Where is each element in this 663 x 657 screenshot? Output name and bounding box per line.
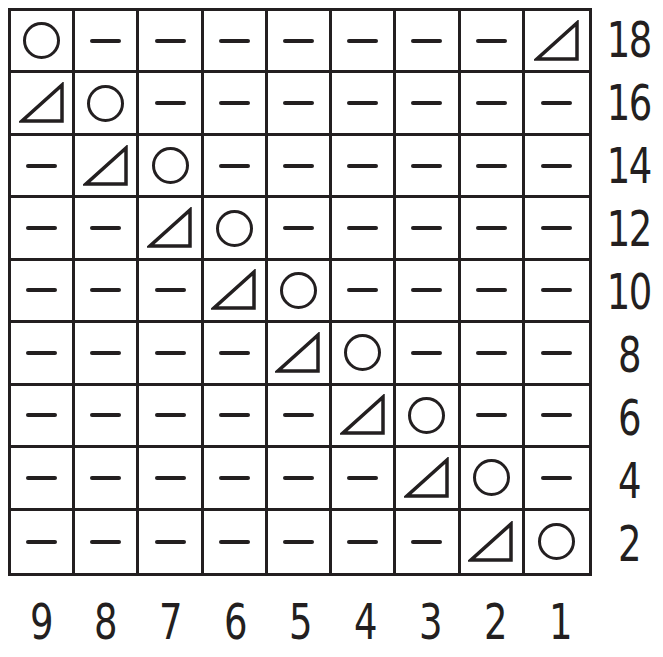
chart-cell-r7-c4 xyxy=(268,448,332,510)
dash-symbol xyxy=(411,288,442,292)
circle-symbol xyxy=(408,397,445,434)
row-label-14: 14 xyxy=(596,134,662,197)
chart-cell-r7-c0 xyxy=(11,448,75,510)
chart-cell-r5-c3 xyxy=(204,323,268,385)
dash-symbol xyxy=(347,476,378,480)
triangle-symbol xyxy=(404,457,450,499)
dash-symbol xyxy=(541,101,572,105)
circle-symbol xyxy=(538,523,575,560)
chart-cell-r7-c6 xyxy=(396,448,460,510)
col-label-text: 2 xyxy=(484,597,506,647)
chart-cell-r0-c2 xyxy=(139,11,203,73)
chart-cell-r5-c2 xyxy=(139,323,203,385)
dash-symbol xyxy=(219,164,250,168)
chart-cell-r5-c6 xyxy=(396,323,460,385)
chart-cell-r1-c3 xyxy=(204,73,268,135)
chart-cell-r2-c2 xyxy=(139,136,203,198)
row-label-8: 8 xyxy=(596,324,662,387)
col-label-text: 4 xyxy=(354,597,376,647)
dash-symbol xyxy=(541,351,572,355)
chart-cell-r5-c8 xyxy=(525,323,589,385)
row-label-12: 12 xyxy=(596,197,662,260)
dash-symbol xyxy=(90,476,121,480)
chart-cell-r0-c6 xyxy=(396,11,460,73)
row-label-text: 12 xyxy=(607,204,651,254)
dash-symbol xyxy=(347,226,378,230)
chart-cell-r2-c7 xyxy=(461,136,525,198)
chart-cell-r8-c6 xyxy=(396,511,460,573)
col-label-7: 7 xyxy=(138,592,203,652)
chart-cell-r6-c2 xyxy=(139,386,203,448)
dash-symbol xyxy=(411,164,442,168)
chart-cell-r1-c5 xyxy=(332,73,396,135)
chart-cell-r7-c8 xyxy=(525,448,589,510)
circle-symbol xyxy=(344,334,381,371)
chart-cell-r8-c0 xyxy=(11,511,75,573)
triangle-symbol xyxy=(83,145,129,187)
row-label-10: 10 xyxy=(596,260,662,323)
chart-cell-r7-c7 xyxy=(461,448,525,510)
dash-symbol xyxy=(26,288,57,292)
triangle-symbol xyxy=(534,20,580,62)
col-label-6: 6 xyxy=(203,592,268,652)
chart-cell-r2-c4 xyxy=(268,136,332,198)
dash-symbol xyxy=(411,351,442,355)
chart-cell-r0-c5 xyxy=(332,11,396,73)
dash-symbol xyxy=(283,164,314,168)
dash-symbol xyxy=(26,540,57,544)
circle-symbol xyxy=(280,272,317,309)
dash-symbol xyxy=(155,540,186,544)
chart-cell-r8-c3 xyxy=(204,511,268,573)
dash-symbol xyxy=(155,288,186,292)
chart-cell-r2-c5 xyxy=(332,136,396,198)
chart-cell-r8-c7 xyxy=(461,511,525,573)
triangle-symbol xyxy=(147,207,193,249)
dash-symbol xyxy=(219,101,250,105)
chart-cell-r2-c0 xyxy=(11,136,75,198)
col-label-text: 8 xyxy=(94,597,116,647)
row-label-6: 6 xyxy=(596,387,662,450)
dash-symbol xyxy=(347,164,378,168)
chart-cell-r6-c1 xyxy=(75,386,139,448)
dash-symbol xyxy=(283,476,314,480)
chart-cell-r3-c2 xyxy=(139,198,203,260)
chart-cell-r1-c7 xyxy=(461,73,525,135)
row-number-labels: 18 16 14 12 10 8 6 4 2 xyxy=(596,8,662,576)
chart-cell-r5-c5 xyxy=(332,323,396,385)
chart-board xyxy=(8,8,592,576)
chart-cell-r8-c5 xyxy=(332,511,396,573)
triangle-symbol xyxy=(19,82,65,124)
col-label-1: 1 xyxy=(527,592,592,652)
circle-symbol xyxy=(152,147,189,184)
dash-symbol xyxy=(283,413,314,417)
col-label-8: 8 xyxy=(73,592,138,652)
row-label-16: 16 xyxy=(596,71,662,134)
dash-symbol xyxy=(476,39,507,43)
row-label-text: 4 xyxy=(618,456,640,506)
chart-cell-r1-c0 xyxy=(11,73,75,135)
dash-symbol xyxy=(155,476,186,480)
dash-symbol xyxy=(155,39,186,43)
chart-cell-r3-c0 xyxy=(11,198,75,260)
chart-cell-r2-c6 xyxy=(396,136,460,198)
dash-symbol xyxy=(476,226,507,230)
dash-symbol xyxy=(219,476,250,480)
dash-symbol xyxy=(347,540,378,544)
triangle-symbol xyxy=(275,332,321,374)
dash-symbol xyxy=(90,413,121,417)
chart-cell-r8-c2 xyxy=(139,511,203,573)
col-label-text: 9 xyxy=(29,597,51,647)
chart-cell-r1-c4 xyxy=(268,73,332,135)
dash-symbol xyxy=(26,164,57,168)
dash-symbol xyxy=(283,540,314,544)
chart-cell-r6-c4 xyxy=(268,386,332,448)
dash-symbol xyxy=(219,39,250,43)
dash-symbol xyxy=(541,226,572,230)
chart-cell-r8-c1 xyxy=(75,511,139,573)
chart-cell-r8-c8 xyxy=(525,511,589,573)
dash-symbol xyxy=(476,288,507,292)
chart-cell-r0-c8 xyxy=(525,11,589,73)
dash-symbol xyxy=(283,101,314,105)
dash-symbol xyxy=(90,288,121,292)
chart-cell-r6-c5 xyxy=(332,386,396,448)
chart-cell-r1-c1 xyxy=(75,73,139,135)
dash-symbol xyxy=(411,226,442,230)
chart-cell-r5-c7 xyxy=(461,323,525,385)
col-label-3: 3 xyxy=(397,592,462,652)
row-label-18: 18 xyxy=(596,8,662,71)
chart-cell-r6-c6 xyxy=(396,386,460,448)
chart-cell-r4-c8 xyxy=(525,261,589,323)
row-label-text: 16 xyxy=(607,78,651,128)
chart-cell-r0-c4 xyxy=(268,11,332,73)
chart-cell-r5-c1 xyxy=(75,323,139,385)
chart-cell-r4-c5 xyxy=(332,261,396,323)
chart-cell-r3-c7 xyxy=(461,198,525,260)
row-label-text: 10 xyxy=(607,267,651,317)
triangle-symbol xyxy=(468,521,514,563)
chart-cell-r5-c0 xyxy=(11,323,75,385)
row-label-text: 2 xyxy=(618,519,640,569)
chart-cell-r3-c6 xyxy=(396,198,460,260)
circle-symbol xyxy=(23,22,60,59)
chart-cell-r4-c7 xyxy=(461,261,525,323)
dash-symbol xyxy=(541,476,572,480)
dash-symbol xyxy=(347,288,378,292)
row-label-2: 2 xyxy=(596,513,662,576)
chart-cell-r4-c0 xyxy=(11,261,75,323)
dash-symbol xyxy=(90,351,121,355)
dash-symbol xyxy=(26,226,57,230)
col-label-2: 2 xyxy=(462,592,527,652)
row-label-text: 6 xyxy=(618,393,640,443)
dash-symbol xyxy=(283,226,314,230)
row-label-text: 18 xyxy=(607,15,651,65)
chart-cell-r2-c8 xyxy=(525,136,589,198)
chart-cell-r0-c7 xyxy=(461,11,525,73)
chart-cell-r6-c0 xyxy=(11,386,75,448)
dash-symbol xyxy=(411,540,442,544)
chart-cell-r7-c1 xyxy=(75,448,139,510)
col-label-5: 5 xyxy=(268,592,333,652)
chart-cell-r4-c2 xyxy=(139,261,203,323)
chart-cell-r3-c8 xyxy=(525,198,589,260)
chart-cell-r4-c1 xyxy=(75,261,139,323)
chart-cell-r1-c2 xyxy=(139,73,203,135)
chart-cell-r4-c4 xyxy=(268,261,332,323)
col-label-4: 4 xyxy=(332,592,397,652)
chart-cell-r4-c6 xyxy=(396,261,460,323)
dash-symbol xyxy=(476,351,507,355)
chart-cell-r3-c1 xyxy=(75,198,139,260)
dash-symbol xyxy=(347,39,378,43)
dash-symbol xyxy=(26,476,57,480)
row-label-text: 14 xyxy=(607,141,651,191)
dash-symbol xyxy=(155,351,186,355)
dash-symbol xyxy=(219,351,250,355)
triangle-symbol xyxy=(340,394,386,436)
chart-cell-r7-c3 xyxy=(204,448,268,510)
dash-symbol xyxy=(541,413,572,417)
dash-symbol xyxy=(411,101,442,105)
circle-symbol xyxy=(87,85,124,122)
col-label-text: 6 xyxy=(224,597,246,647)
col-label-text: 3 xyxy=(419,597,441,647)
dash-symbol xyxy=(411,39,442,43)
dash-symbol xyxy=(476,413,507,417)
circle-symbol xyxy=(216,210,253,247)
chart-cell-r3-c3 xyxy=(204,198,268,260)
dash-symbol xyxy=(541,164,572,168)
dash-symbol xyxy=(476,164,507,168)
dash-symbol xyxy=(26,413,57,417)
column-number-labels: 9 8 7 6 5 4 3 2 1 xyxy=(8,592,592,652)
dash-symbol xyxy=(476,101,507,105)
chart-cell-r6-c7 xyxy=(461,386,525,448)
chart-cell-r7-c2 xyxy=(139,448,203,510)
row-label-4: 4 xyxy=(596,450,662,513)
dash-symbol xyxy=(347,101,378,105)
dash-symbol xyxy=(541,288,572,292)
chart-cell-r8-c4 xyxy=(268,511,332,573)
chart-cell-r3-c5 xyxy=(332,198,396,260)
dash-symbol xyxy=(26,351,57,355)
chart-cell-r6-c3 xyxy=(204,386,268,448)
chart-cell-r3-c4 xyxy=(268,198,332,260)
dash-symbol xyxy=(90,540,121,544)
chart-cell-r2-c3 xyxy=(204,136,268,198)
chart-cell-r1-c8 xyxy=(525,73,589,135)
triangle-symbol xyxy=(211,269,257,311)
row-label-text: 8 xyxy=(618,330,640,380)
col-label-9: 9 xyxy=(8,592,73,652)
dash-symbol xyxy=(219,413,250,417)
knitting-chart-page: 18 16 14 12 10 8 6 4 2 9 8 7 6 5 4 3 2 1 xyxy=(0,0,663,657)
dash-symbol xyxy=(155,101,186,105)
dash-symbol xyxy=(283,39,314,43)
chart-cell-r5-c4 xyxy=(268,323,332,385)
col-label-text: 5 xyxy=(289,597,311,647)
chart-cell-r2-c1 xyxy=(75,136,139,198)
dash-symbol xyxy=(155,413,186,417)
dash-symbol xyxy=(90,39,121,43)
chart-cell-r6-c8 xyxy=(525,386,589,448)
col-label-text: 7 xyxy=(159,597,181,647)
dash-symbol xyxy=(219,540,250,544)
chart-cell-r7-c5 xyxy=(332,448,396,510)
chart-cell-r1-c6 xyxy=(396,73,460,135)
chart-cell-r0-c0 xyxy=(11,11,75,73)
chart-cell-r0-c1 xyxy=(75,11,139,73)
circle-symbol xyxy=(473,459,510,496)
dash-symbol xyxy=(90,226,121,230)
col-label-text: 1 xyxy=(549,597,571,647)
chart-cell-r4-c3 xyxy=(204,261,268,323)
chart-cell-r0-c3 xyxy=(204,11,268,73)
